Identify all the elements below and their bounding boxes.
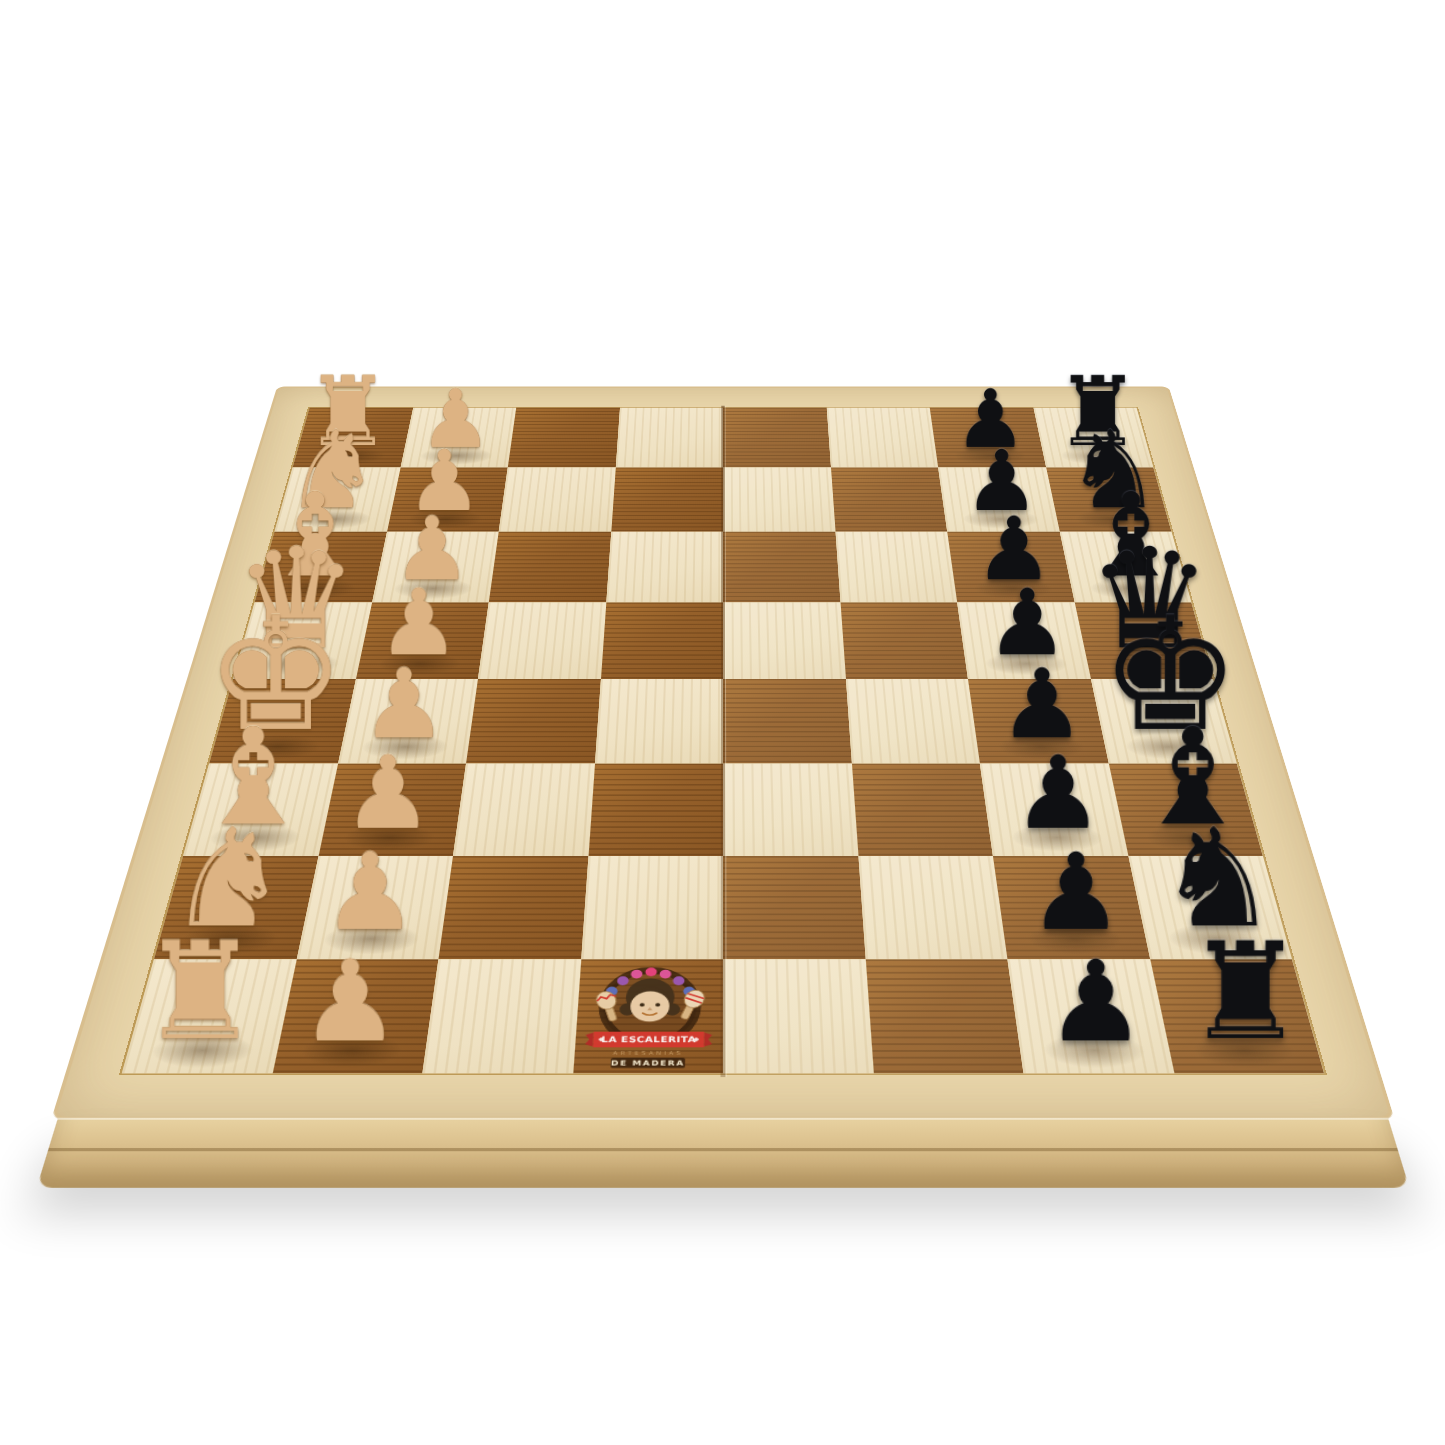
- cell-a4: [615, 408, 723, 468]
- cell-b5: [723, 467, 835, 532]
- white-pawn-h2: ♟: [299, 947, 400, 1059]
- cell-e3: [466, 679, 600, 763]
- cell-g5: [723, 856, 865, 959]
- cell-c6: [835, 532, 957, 602]
- cell-h3: [422, 959, 580, 1073]
- cell-h1: ♜: [121, 959, 295, 1073]
- cell-h5: [723, 959, 873, 1073]
- cell-g6: [857, 856, 1006, 959]
- cell-d6: [840, 602, 968, 679]
- cell-b4: [610, 467, 722, 532]
- cell-f4: [588, 763, 723, 856]
- cell-e6: [845, 679, 979, 763]
- cell-b6: [830, 467, 947, 532]
- cell-h2: ♟: [272, 959, 438, 1073]
- cell-a6: [826, 408, 938, 468]
- chess-board: ♜♟♟♜♞♟♟♞♝♟♟♝♛♟♟♛♚♟♟♚♝♟♟♝♞♟♟♞♜♟♟♜: [51, 387, 1395, 1120]
- cell-h6: [865, 959, 1023, 1073]
- white-pawn-g2: ♟: [322, 840, 417, 946]
- black-pawn-f7: ♟: [1013, 744, 1103, 845]
- cell-d5: [723, 602, 846, 679]
- cell-e5: [723, 679, 851, 763]
- cell-g3: [438, 856, 587, 959]
- cell-h8: ♜: [1149, 959, 1323, 1073]
- cell-h4: [572, 959, 722, 1073]
- cell-a3: [507, 408, 619, 468]
- cell-d4: [600, 602, 723, 679]
- cell-g4: [580, 856, 722, 959]
- folding-box-side: [36, 1118, 1409, 1188]
- cell-f3: [453, 763, 595, 856]
- chess-set-product-photo: ♜♟♟♜♞♟♟♞♝♟♟♝♛♟♟♛♚♟♟♚♝♟♟♝♞♟♟♞♜♟♟♜: [0, 0, 1445, 1445]
- cell-c4: [605, 532, 722, 602]
- cell-h7: ♟: [1007, 959, 1173, 1073]
- cell-c3: [488, 532, 610, 602]
- cell-e4: [594, 679, 722, 763]
- cell-f6: [851, 763, 993, 856]
- cell-c5: [723, 532, 840, 602]
- cell-a5: [723, 408, 831, 468]
- cell-b3: [498, 467, 615, 532]
- white-pawn-f2: ♟: [342, 744, 432, 845]
- cell-d3: [478, 602, 606, 679]
- cell-f5: [723, 763, 858, 856]
- black-rook-h8: ♜: [1185, 925, 1305, 1059]
- black-pawn-h7: ♟: [1045, 947, 1146, 1059]
- board-pieces: ♜♟♟♜♞♟♟♞♝♟♟♝♛♟♟♛♚♟♟♚♝♟♟♝♞♟♟♞♜♟♟♜: [118, 407, 1326, 1076]
- black-pawn-g7: ♟: [1028, 840, 1123, 946]
- white-rook-h1: ♜: [140, 925, 260, 1059]
